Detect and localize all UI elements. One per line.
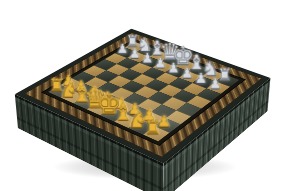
chess-set-photo: ♜♞♝♛♚♝♞♜♟♟♟♟♟♟♟♟♟♟♟♟♟♟♟♟♜♞♝♛♚♝♞♜ xyxy=(0,0,290,191)
silver-pawn-piece: ♟ xyxy=(180,66,192,80)
gold-rook-piece: ♜ xyxy=(143,118,160,137)
silver-pawn-piece: ♟ xyxy=(167,61,179,75)
silver-pawn-piece: ♟ xyxy=(128,46,140,59)
silver-pawn-piece: ♟ xyxy=(154,56,166,69)
silver-pawn-piece: ♟ xyxy=(208,76,221,90)
silver-pawn-piece: ♟ xyxy=(141,51,153,64)
perspective-stage: ♜♞♝♛♚♝♞♜♟♟♟♟♟♟♟♟♟♟♟♟♟♟♟♟♜♞♝♛♚♝♞♜ xyxy=(0,0,290,191)
chessboard-case: ♜♞♝♛♚♝♞♜♟♟♟♟♟♟♟♟♟♟♟♟♟♟♟♟♜♞♝♛♚♝♞♜ xyxy=(15,29,271,164)
silver-pawn-piece: ♟ xyxy=(194,71,207,85)
silver-pawn-piece: ♟ xyxy=(116,42,128,55)
